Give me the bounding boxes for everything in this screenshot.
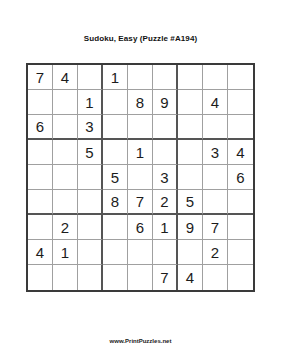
sudoku-cell-r4c3[interactable]: 5	[78, 140, 103, 165]
sudoku-cell-r3c4[interactable]	[103, 115, 128, 140]
sudoku-cell-r9c2[interactable]	[53, 265, 78, 290]
sudoku-cell-r8c6[interactable]	[153, 240, 178, 265]
sudoku-cell-r6c8[interactable]	[203, 190, 228, 215]
sudoku-cell-r2c2[interactable]	[53, 90, 78, 115]
sudoku-board: 741189463513453687252619741274	[26, 63, 255, 292]
sudoku-cell-r1c9[interactable]	[228, 65, 253, 90]
sudoku-cell-r5c4[interactable]: 5	[103, 165, 128, 190]
sudoku-cell-r8c4[interactable]	[103, 240, 128, 265]
sudoku-cell-r4c9[interactable]: 4	[228, 140, 253, 165]
sudoku-cell-r6c3[interactable]	[78, 190, 103, 215]
sudoku-cell-r3c7[interactable]	[178, 115, 203, 140]
sudoku-cell-r6c2[interactable]	[53, 190, 78, 215]
sudoku-cell-r4c5[interactable]: 1	[128, 140, 153, 165]
sudoku-cell-r1c4[interactable]: 1	[103, 65, 128, 90]
sudoku-cell-r1c8[interactable]	[203, 65, 228, 90]
sudoku-cell-r3c2[interactable]	[53, 115, 78, 140]
sudoku-cell-r7c9[interactable]	[228, 215, 253, 240]
sudoku-cell-r2c6[interactable]: 9	[153, 90, 178, 115]
sudoku-cell-r3c9[interactable]	[228, 115, 253, 140]
sudoku-cell-r7c1[interactable]	[28, 215, 53, 240]
sudoku-cell-r2c7[interactable]	[178, 90, 203, 115]
sudoku-cell-r5c6[interactable]: 3	[153, 165, 178, 190]
sudoku-cell-r7c5[interactable]: 6	[128, 215, 153, 240]
sudoku-cell-r6c6[interactable]: 2	[153, 190, 178, 215]
sudoku-cell-r6c9[interactable]	[228, 190, 253, 215]
sudoku-cell-r3c5[interactable]	[128, 115, 153, 140]
sudoku-cell-r7c8[interactable]: 7	[203, 215, 228, 240]
sudoku-cell-r4c8[interactable]: 3	[203, 140, 228, 165]
sudoku-cell-r8c3[interactable]	[78, 240, 103, 265]
sudoku-cell-r2c8[interactable]: 4	[203, 90, 228, 115]
sudoku-cell-r3c8[interactable]	[203, 115, 228, 140]
sudoku-cell-r1c7[interactable]	[178, 65, 203, 90]
sudoku-cell-r9c6[interactable]: 7	[153, 265, 178, 290]
sudoku-cell-r3c3[interactable]: 3	[78, 115, 103, 140]
sudoku-cell-r9c7[interactable]: 4	[178, 265, 203, 290]
sudoku-cell-r8c7[interactable]	[178, 240, 203, 265]
sudoku-cell-r1c1[interactable]: 7	[28, 65, 53, 90]
sudoku-cell-r6c4[interactable]: 8	[103, 190, 128, 215]
sudoku-cell-r1c5[interactable]	[128, 65, 153, 90]
sudoku-cell-r8c2[interactable]: 1	[53, 240, 78, 265]
sudoku-cell-r5c1[interactable]	[28, 165, 53, 190]
sudoku-cell-r1c3[interactable]	[78, 65, 103, 90]
sudoku-cell-r5c5[interactable]	[128, 165, 153, 190]
sudoku-cell-r6c5[interactable]: 7	[128, 190, 153, 215]
sudoku-cell-r2c5[interactable]: 8	[128, 90, 153, 115]
sudoku-cell-r5c9[interactable]: 6	[228, 165, 253, 190]
sudoku-cell-r2c4[interactable]	[103, 90, 128, 115]
sudoku-cell-r8c9[interactable]	[228, 240, 253, 265]
sudoku-cell-r4c7[interactable]	[178, 140, 203, 165]
sudoku-cell-r7c4[interactable]	[103, 215, 128, 240]
sudoku-cell-r1c2[interactable]: 4	[53, 65, 78, 90]
sudoku-cell-r3c6[interactable]	[153, 115, 178, 140]
sudoku-cell-r8c5[interactable]	[128, 240, 153, 265]
sudoku-cell-r9c1[interactable]	[28, 265, 53, 290]
sudoku-cell-r7c2[interactable]: 2	[53, 215, 78, 240]
sudoku-cell-r5c8[interactable]	[203, 165, 228, 190]
footer-url: www.PrintPuzzles.net	[0, 338, 281, 344]
sudoku-cell-r2c9[interactable]	[228, 90, 253, 115]
sudoku-cell-r5c3[interactable]	[78, 165, 103, 190]
sudoku-cell-r5c7[interactable]	[178, 165, 203, 190]
sudoku-cell-r9c8[interactable]	[203, 265, 228, 290]
puzzle-title: Sudoku, Easy (Puzzle #A194)	[0, 34, 281, 43]
sudoku-cell-r1c6[interactable]	[153, 65, 178, 90]
sudoku-cell-r2c3[interactable]: 1	[78, 90, 103, 115]
sudoku-cell-r9c9[interactable]	[228, 265, 253, 290]
sudoku-cell-r9c3[interactable]	[78, 265, 103, 290]
sudoku-cell-r9c5[interactable]	[128, 265, 153, 290]
sudoku-cell-r4c6[interactable]	[153, 140, 178, 165]
sudoku-cell-r7c7[interactable]: 9	[178, 215, 203, 240]
sudoku-cell-r7c3[interactable]	[78, 215, 103, 240]
sudoku-cell-r8c8[interactable]: 2	[203, 240, 228, 265]
sudoku-cell-r5c2[interactable]	[53, 165, 78, 190]
sudoku-cell-r3c1[interactable]: 6	[28, 115, 53, 140]
sudoku-cell-r9c4[interactable]	[103, 265, 128, 290]
sudoku-cell-r8c1[interactable]: 4	[28, 240, 53, 265]
sudoku-cell-r6c7[interactable]: 5	[178, 190, 203, 215]
sudoku-cell-r2c1[interactable]	[28, 90, 53, 115]
sudoku-cell-r6c1[interactable]	[28, 190, 53, 215]
sudoku-cell-r4c4[interactable]	[103, 140, 128, 165]
sudoku-cell-r4c2[interactable]	[53, 140, 78, 165]
sudoku-cell-r4c1[interactable]	[28, 140, 53, 165]
sudoku-cell-r7c6[interactable]: 1	[153, 215, 178, 240]
